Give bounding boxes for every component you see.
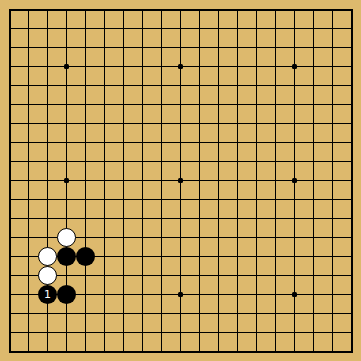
intersection-S18[interactable] bbox=[323, 19, 342, 38]
intersection-E5[interactable] bbox=[76, 266, 95, 285]
intersection-K6[interactable] bbox=[171, 247, 190, 266]
intersection-K8[interactable] bbox=[171, 209, 190, 228]
intersection-N2[interactable] bbox=[228, 323, 247, 342]
intersection-O16[interactable] bbox=[247, 57, 266, 76]
intersection-C12[interactable] bbox=[38, 133, 57, 152]
intersection-E4[interactable] bbox=[76, 285, 95, 304]
intersection-E2[interactable] bbox=[76, 323, 95, 342]
intersection-N10[interactable] bbox=[228, 171, 247, 190]
intersection-G2[interactable] bbox=[114, 323, 133, 342]
intersection-M12[interactable] bbox=[209, 133, 228, 152]
intersection-J10[interactable] bbox=[152, 171, 171, 190]
intersection-A1[interactable] bbox=[0, 342, 19, 361]
intersection-P14[interactable] bbox=[266, 95, 285, 114]
intersection-K15[interactable] bbox=[171, 76, 190, 95]
intersection-T3[interactable] bbox=[342, 304, 361, 323]
intersection-S19[interactable] bbox=[323, 0, 342, 19]
intersection-G15[interactable] bbox=[114, 76, 133, 95]
intersection-K9[interactable] bbox=[171, 190, 190, 209]
intersection-C7[interactable] bbox=[38, 228, 57, 247]
intersection-S12[interactable] bbox=[323, 133, 342, 152]
intersection-K12[interactable] bbox=[171, 133, 190, 152]
intersection-E9[interactable] bbox=[76, 190, 95, 209]
intersection-M17[interactable] bbox=[209, 38, 228, 57]
intersection-O2[interactable] bbox=[247, 323, 266, 342]
intersection-S13[interactable] bbox=[323, 114, 342, 133]
intersection-P18[interactable] bbox=[266, 19, 285, 38]
intersection-L10[interactable] bbox=[190, 171, 209, 190]
intersection-L5[interactable] bbox=[190, 266, 209, 285]
intersection-H4[interactable] bbox=[133, 285, 152, 304]
intersection-F6[interactable] bbox=[95, 247, 114, 266]
intersection-G8[interactable] bbox=[114, 209, 133, 228]
intersection-R11[interactable] bbox=[304, 152, 323, 171]
intersection-M11[interactable] bbox=[209, 152, 228, 171]
intersection-K7[interactable] bbox=[171, 228, 190, 247]
intersection-S15[interactable] bbox=[323, 76, 342, 95]
intersection-Q3[interactable] bbox=[285, 304, 304, 323]
intersection-L2[interactable] bbox=[190, 323, 209, 342]
intersection-T7[interactable] bbox=[342, 228, 361, 247]
intersection-B14[interactable] bbox=[19, 95, 38, 114]
intersection-F2[interactable] bbox=[95, 323, 114, 342]
intersection-H5[interactable] bbox=[133, 266, 152, 285]
intersection-A5[interactable] bbox=[0, 266, 19, 285]
intersection-B13[interactable] bbox=[19, 114, 38, 133]
intersection-M3[interactable] bbox=[209, 304, 228, 323]
intersection-F18[interactable] bbox=[95, 19, 114, 38]
intersection-D18[interactable] bbox=[57, 19, 76, 38]
intersection-S3[interactable] bbox=[323, 304, 342, 323]
intersection-F4[interactable] bbox=[95, 285, 114, 304]
intersection-B17[interactable] bbox=[19, 38, 38, 57]
intersection-J13[interactable] bbox=[152, 114, 171, 133]
intersection-G10[interactable] bbox=[114, 171, 133, 190]
intersection-C19[interactable] bbox=[38, 0, 57, 19]
intersection-D4[interactable] bbox=[57, 285, 76, 304]
intersection-L6[interactable] bbox=[190, 247, 209, 266]
intersection-M4[interactable] bbox=[209, 285, 228, 304]
intersection-H14[interactable] bbox=[133, 95, 152, 114]
intersection-O19[interactable] bbox=[247, 0, 266, 19]
intersection-L3[interactable] bbox=[190, 304, 209, 323]
intersection-C17[interactable] bbox=[38, 38, 57, 57]
intersection-P9[interactable] bbox=[266, 190, 285, 209]
intersection-E14[interactable] bbox=[76, 95, 95, 114]
intersection-P3[interactable] bbox=[266, 304, 285, 323]
intersection-A18[interactable] bbox=[0, 19, 19, 38]
intersection-N14[interactable] bbox=[228, 95, 247, 114]
intersection-O12[interactable] bbox=[247, 133, 266, 152]
intersection-R18[interactable] bbox=[304, 19, 323, 38]
intersection-G14[interactable] bbox=[114, 95, 133, 114]
intersection-D1[interactable] bbox=[57, 342, 76, 361]
intersection-R16[interactable] bbox=[304, 57, 323, 76]
intersection-L9[interactable] bbox=[190, 190, 209, 209]
intersection-E19[interactable] bbox=[76, 0, 95, 19]
intersection-N13[interactable] bbox=[228, 114, 247, 133]
intersection-P6[interactable] bbox=[266, 247, 285, 266]
intersection-N5[interactable] bbox=[228, 266, 247, 285]
intersection-B15[interactable] bbox=[19, 76, 38, 95]
intersection-M2[interactable] bbox=[209, 323, 228, 342]
intersection-Q5[interactable] bbox=[285, 266, 304, 285]
intersection-P12[interactable] bbox=[266, 133, 285, 152]
intersection-J15[interactable] bbox=[152, 76, 171, 95]
intersection-N17[interactable] bbox=[228, 38, 247, 57]
intersection-C8[interactable] bbox=[38, 209, 57, 228]
intersection-T17[interactable] bbox=[342, 38, 361, 57]
intersection-F9[interactable] bbox=[95, 190, 114, 209]
intersection-N9[interactable] bbox=[228, 190, 247, 209]
intersection-T8[interactable] bbox=[342, 209, 361, 228]
intersection-E12[interactable] bbox=[76, 133, 95, 152]
intersection-A15[interactable] bbox=[0, 76, 19, 95]
intersection-F11[interactable] bbox=[95, 152, 114, 171]
intersection-B11[interactable] bbox=[19, 152, 38, 171]
intersection-G19[interactable] bbox=[114, 0, 133, 19]
intersection-F16[interactable] bbox=[95, 57, 114, 76]
intersection-P13[interactable] bbox=[266, 114, 285, 133]
intersection-R14[interactable] bbox=[304, 95, 323, 114]
intersection-K16[interactable] bbox=[171, 57, 190, 76]
intersection-L12[interactable] bbox=[190, 133, 209, 152]
intersection-K13[interactable] bbox=[171, 114, 190, 133]
intersection-Q19[interactable] bbox=[285, 0, 304, 19]
intersection-Q16[interactable] bbox=[285, 57, 304, 76]
intersection-Q10[interactable] bbox=[285, 171, 304, 190]
intersection-F14[interactable] bbox=[95, 95, 114, 114]
intersection-R17[interactable] bbox=[304, 38, 323, 57]
intersection-S14[interactable] bbox=[323, 95, 342, 114]
intersection-J4[interactable] bbox=[152, 285, 171, 304]
intersection-T16[interactable] bbox=[342, 57, 361, 76]
intersection-J8[interactable] bbox=[152, 209, 171, 228]
intersection-Q1[interactable] bbox=[285, 342, 304, 361]
intersection-D9[interactable] bbox=[57, 190, 76, 209]
intersection-M9[interactable] bbox=[209, 190, 228, 209]
intersection-N18[interactable] bbox=[228, 19, 247, 38]
intersection-A2[interactable] bbox=[0, 323, 19, 342]
intersection-G16[interactable] bbox=[114, 57, 133, 76]
intersection-G13[interactable] bbox=[114, 114, 133, 133]
intersection-R7[interactable] bbox=[304, 228, 323, 247]
intersection-R9[interactable] bbox=[304, 190, 323, 209]
intersection-P1[interactable] bbox=[266, 342, 285, 361]
intersection-Q18[interactable] bbox=[285, 19, 304, 38]
intersection-E15[interactable] bbox=[76, 76, 95, 95]
intersection-R3[interactable] bbox=[304, 304, 323, 323]
intersection-P7[interactable] bbox=[266, 228, 285, 247]
intersection-B5[interactable] bbox=[19, 266, 38, 285]
intersection-D13[interactable] bbox=[57, 114, 76, 133]
intersection-T14[interactable] bbox=[342, 95, 361, 114]
intersection-R15[interactable] bbox=[304, 76, 323, 95]
intersection-T10[interactable] bbox=[342, 171, 361, 190]
intersection-R5[interactable] bbox=[304, 266, 323, 285]
intersection-E3[interactable] bbox=[76, 304, 95, 323]
intersection-Q4[interactable] bbox=[285, 285, 304, 304]
intersection-A16[interactable] bbox=[0, 57, 19, 76]
intersection-S11[interactable] bbox=[323, 152, 342, 171]
intersection-M16[interactable] bbox=[209, 57, 228, 76]
intersection-J17[interactable] bbox=[152, 38, 171, 57]
intersection-J19[interactable] bbox=[152, 0, 171, 19]
intersection-S4[interactable] bbox=[323, 285, 342, 304]
intersection-D10[interactable] bbox=[57, 171, 76, 190]
intersection-G6[interactable] bbox=[114, 247, 133, 266]
intersection-P19[interactable] bbox=[266, 0, 285, 19]
intersection-N6[interactable] bbox=[228, 247, 247, 266]
intersection-H19[interactable] bbox=[133, 0, 152, 19]
intersection-T1[interactable] bbox=[342, 342, 361, 361]
intersection-J9[interactable] bbox=[152, 190, 171, 209]
intersection-S8[interactable] bbox=[323, 209, 342, 228]
intersection-J6[interactable] bbox=[152, 247, 171, 266]
intersection-P2[interactable] bbox=[266, 323, 285, 342]
intersection-Q14[interactable] bbox=[285, 95, 304, 114]
intersection-C15[interactable] bbox=[38, 76, 57, 95]
intersection-R4[interactable] bbox=[304, 285, 323, 304]
intersection-R12[interactable] bbox=[304, 133, 323, 152]
intersection-T18[interactable] bbox=[342, 19, 361, 38]
intersection-Q2[interactable] bbox=[285, 323, 304, 342]
intersection-J18[interactable] bbox=[152, 19, 171, 38]
intersection-L15[interactable] bbox=[190, 76, 209, 95]
intersection-H17[interactable] bbox=[133, 38, 152, 57]
intersection-A11[interactable] bbox=[0, 152, 19, 171]
intersection-T19[interactable] bbox=[342, 0, 361, 19]
intersection-T4[interactable] bbox=[342, 285, 361, 304]
intersection-D16[interactable] bbox=[57, 57, 76, 76]
intersection-O18[interactable] bbox=[247, 19, 266, 38]
intersection-E6[interactable] bbox=[76, 247, 95, 266]
intersection-H3[interactable] bbox=[133, 304, 152, 323]
intersection-N12[interactable] bbox=[228, 133, 247, 152]
intersection-C14[interactable] bbox=[38, 95, 57, 114]
intersection-Q13[interactable] bbox=[285, 114, 304, 133]
intersection-O1[interactable] bbox=[247, 342, 266, 361]
intersection-M8[interactable] bbox=[209, 209, 228, 228]
intersection-K14[interactable] bbox=[171, 95, 190, 114]
intersection-A13[interactable] bbox=[0, 114, 19, 133]
intersection-Q8[interactable] bbox=[285, 209, 304, 228]
intersection-R10[interactable] bbox=[304, 171, 323, 190]
intersection-Q15[interactable] bbox=[285, 76, 304, 95]
intersection-A7[interactable] bbox=[0, 228, 19, 247]
intersection-O5[interactable] bbox=[247, 266, 266, 285]
intersection-P4[interactable] bbox=[266, 285, 285, 304]
intersection-G17[interactable] bbox=[114, 38, 133, 57]
intersection-B2[interactable] bbox=[19, 323, 38, 342]
intersection-O7[interactable] bbox=[247, 228, 266, 247]
intersection-L4[interactable] bbox=[190, 285, 209, 304]
intersection-G7[interactable] bbox=[114, 228, 133, 247]
intersection-A4[interactable] bbox=[0, 285, 19, 304]
intersection-D6[interactable] bbox=[57, 247, 76, 266]
intersection-F19[interactable] bbox=[95, 0, 114, 19]
intersection-Q6[interactable] bbox=[285, 247, 304, 266]
intersection-R2[interactable] bbox=[304, 323, 323, 342]
intersection-D2[interactable] bbox=[57, 323, 76, 342]
intersection-J16[interactable] bbox=[152, 57, 171, 76]
intersection-N4[interactable] bbox=[228, 285, 247, 304]
intersection-L16[interactable] bbox=[190, 57, 209, 76]
intersection-A10[interactable] bbox=[0, 171, 19, 190]
intersection-P17[interactable] bbox=[266, 38, 285, 57]
intersection-H18[interactable] bbox=[133, 19, 152, 38]
intersection-E18[interactable] bbox=[76, 19, 95, 38]
intersection-Q9[interactable] bbox=[285, 190, 304, 209]
intersection-N16[interactable] bbox=[228, 57, 247, 76]
intersection-K17[interactable] bbox=[171, 38, 190, 57]
intersection-M19[interactable] bbox=[209, 0, 228, 19]
intersection-Q17[interactable] bbox=[285, 38, 304, 57]
intersection-T13[interactable] bbox=[342, 114, 361, 133]
intersection-C1[interactable] bbox=[38, 342, 57, 361]
intersection-K18[interactable] bbox=[171, 19, 190, 38]
intersection-R13[interactable] bbox=[304, 114, 323, 133]
intersection-F8[interactable] bbox=[95, 209, 114, 228]
intersection-S5[interactable] bbox=[323, 266, 342, 285]
intersection-R8[interactable] bbox=[304, 209, 323, 228]
intersection-N11[interactable] bbox=[228, 152, 247, 171]
intersection-S7[interactable] bbox=[323, 228, 342, 247]
intersection-M18[interactable] bbox=[209, 19, 228, 38]
intersection-F17[interactable] bbox=[95, 38, 114, 57]
intersection-O3[interactable] bbox=[247, 304, 266, 323]
intersection-B19[interactable] bbox=[19, 0, 38, 19]
intersection-M15[interactable] bbox=[209, 76, 228, 95]
intersection-L14[interactable] bbox=[190, 95, 209, 114]
intersection-B10[interactable] bbox=[19, 171, 38, 190]
intersection-K4[interactable] bbox=[171, 285, 190, 304]
intersection-C9[interactable] bbox=[38, 190, 57, 209]
intersection-H9[interactable] bbox=[133, 190, 152, 209]
intersection-A14[interactable] bbox=[0, 95, 19, 114]
intersection-Q7[interactable] bbox=[285, 228, 304, 247]
intersection-B6[interactable] bbox=[19, 247, 38, 266]
intersection-J11[interactable] bbox=[152, 152, 171, 171]
intersection-J1[interactable] bbox=[152, 342, 171, 361]
intersection-G9[interactable] bbox=[114, 190, 133, 209]
intersection-O4[interactable] bbox=[247, 285, 266, 304]
intersection-J7[interactable] bbox=[152, 228, 171, 247]
intersection-H15[interactable] bbox=[133, 76, 152, 95]
intersection-N7[interactable] bbox=[228, 228, 247, 247]
intersection-P15[interactable] bbox=[266, 76, 285, 95]
intersection-P10[interactable] bbox=[266, 171, 285, 190]
intersection-A17[interactable] bbox=[0, 38, 19, 57]
intersection-Q11[interactable] bbox=[285, 152, 304, 171]
intersection-E16[interactable] bbox=[76, 57, 95, 76]
intersection-H11[interactable] bbox=[133, 152, 152, 171]
intersection-F15[interactable] bbox=[95, 76, 114, 95]
intersection-F12[interactable] bbox=[95, 133, 114, 152]
intersection-H6[interactable] bbox=[133, 247, 152, 266]
intersection-O13[interactable] bbox=[247, 114, 266, 133]
intersection-D5[interactable] bbox=[57, 266, 76, 285]
intersection-N19[interactable] bbox=[228, 0, 247, 19]
intersection-C13[interactable] bbox=[38, 114, 57, 133]
intersection-C5[interactable] bbox=[38, 266, 57, 285]
intersection-G3[interactable] bbox=[114, 304, 133, 323]
intersection-T6[interactable] bbox=[342, 247, 361, 266]
intersection-A12[interactable] bbox=[0, 133, 19, 152]
intersection-S17[interactable] bbox=[323, 38, 342, 57]
intersection-C10[interactable] bbox=[38, 171, 57, 190]
intersection-G1[interactable] bbox=[114, 342, 133, 361]
intersection-D11[interactable] bbox=[57, 152, 76, 171]
intersection-F10[interactable] bbox=[95, 171, 114, 190]
intersection-K2[interactable] bbox=[171, 323, 190, 342]
intersection-E13[interactable] bbox=[76, 114, 95, 133]
intersection-P5[interactable] bbox=[266, 266, 285, 285]
intersection-N8[interactable] bbox=[228, 209, 247, 228]
intersection-C11[interactable] bbox=[38, 152, 57, 171]
intersection-L1[interactable] bbox=[190, 342, 209, 361]
intersection-H8[interactable] bbox=[133, 209, 152, 228]
intersection-K19[interactable] bbox=[171, 0, 190, 19]
intersection-O11[interactable] bbox=[247, 152, 266, 171]
intersection-P8[interactable] bbox=[266, 209, 285, 228]
intersection-F3[interactable] bbox=[95, 304, 114, 323]
intersection-S10[interactable] bbox=[323, 171, 342, 190]
intersection-G11[interactable] bbox=[114, 152, 133, 171]
intersection-J3[interactable] bbox=[152, 304, 171, 323]
intersection-F5[interactable] bbox=[95, 266, 114, 285]
intersection-J14[interactable] bbox=[152, 95, 171, 114]
intersection-C2[interactable] bbox=[38, 323, 57, 342]
intersection-L8[interactable] bbox=[190, 209, 209, 228]
intersection-A6[interactable] bbox=[0, 247, 19, 266]
intersection-B1[interactable] bbox=[19, 342, 38, 361]
intersection-S6[interactable] bbox=[323, 247, 342, 266]
intersection-H13[interactable] bbox=[133, 114, 152, 133]
intersection-T15[interactable] bbox=[342, 76, 361, 95]
intersection-R1[interactable] bbox=[304, 342, 323, 361]
intersection-F13[interactable] bbox=[95, 114, 114, 133]
intersection-J2[interactable] bbox=[152, 323, 171, 342]
intersection-B8[interactable] bbox=[19, 209, 38, 228]
intersection-L13[interactable] bbox=[190, 114, 209, 133]
intersection-B16[interactable] bbox=[19, 57, 38, 76]
intersection-E11[interactable] bbox=[76, 152, 95, 171]
intersection-T9[interactable] bbox=[342, 190, 361, 209]
intersection-T11[interactable] bbox=[342, 152, 361, 171]
intersection-O17[interactable] bbox=[247, 38, 266, 57]
intersection-T5[interactable] bbox=[342, 266, 361, 285]
intersection-F1[interactable] bbox=[95, 342, 114, 361]
intersection-F7[interactable] bbox=[95, 228, 114, 247]
intersection-D7[interactable] bbox=[57, 228, 76, 247]
intersection-K1[interactable] bbox=[171, 342, 190, 361]
intersection-D14[interactable] bbox=[57, 95, 76, 114]
intersection-D15[interactable] bbox=[57, 76, 76, 95]
intersection-M1[interactable] bbox=[209, 342, 228, 361]
intersection-K3[interactable] bbox=[171, 304, 190, 323]
intersection-G4[interactable] bbox=[114, 285, 133, 304]
intersection-E8[interactable] bbox=[76, 209, 95, 228]
intersection-N15[interactable] bbox=[228, 76, 247, 95]
intersection-H1[interactable] bbox=[133, 342, 152, 361]
intersection-B18[interactable] bbox=[19, 19, 38, 38]
intersection-D19[interactable] bbox=[57, 0, 76, 19]
intersection-A9[interactable] bbox=[0, 190, 19, 209]
intersection-G18[interactable] bbox=[114, 19, 133, 38]
intersection-N1[interactable] bbox=[228, 342, 247, 361]
intersection-M7[interactable] bbox=[209, 228, 228, 247]
